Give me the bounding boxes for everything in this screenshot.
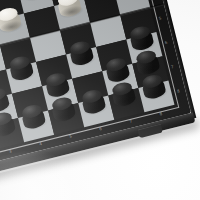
black-piece[interactable]	[81, 93, 107, 116]
black-piece[interactable]	[9, 59, 35, 82]
black-piece[interactable]	[0, 91, 11, 114]
black-piece[interactable]	[21, 108, 47, 131]
black-piece[interactable]	[111, 85, 137, 108]
black-piece[interactable]	[69, 44, 95, 67]
white-piece[interactable]	[21, 0, 47, 2]
black-piece[interactable]	[51, 100, 77, 123]
white-piece[interactable]	[0, 11, 22, 34]
black-piece[interactable]	[129, 29, 155, 52]
black-piece[interactable]	[105, 61, 131, 84]
black-piece[interactable]	[135, 54, 161, 77]
black-piece[interactable]	[45, 76, 71, 99]
white-piece[interactable]	[57, 0, 83, 19]
latch-clasp[interactable]	[137, 124, 162, 139]
black-piece[interactable]	[0, 115, 17, 138]
black-piece[interactable]	[141, 78, 167, 101]
photo-scene: 12345678 12345678	[0, 0, 200, 200]
checkers-board: 12345678 12345678	[0, 0, 191, 180]
